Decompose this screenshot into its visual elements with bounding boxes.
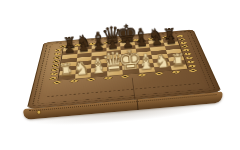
piece-black-pawn[interactable]: ♟: [78, 40, 90, 53]
board-tilt-wrapper: ♜♞♝♛♚♝♞♜♟♟♟♟♟♟♟♟♟♟♟♟♟♟♟♟♜♞♝♛♚♝♞♜: [29, 0, 213, 150]
piece-black-pawn[interactable]: ♟: [63, 42, 75, 55]
board-3d: ♜♞♝♛♚♝♞♜♟♟♟♟♟♟♟♟♟♟♟♟♟♟♟♟♜♞♝♛♚♝♞♜: [27, 29, 222, 109]
scene: ♜♞♝♛♚♝♞♜♟♟♟♟♟♟♟♟♟♟♟♟♟♟♟♟♜♞♝♛♚♝♞♜: [0, 0, 240, 150]
piece-black-pawn[interactable]: ♟: [151, 34, 163, 47]
piece-white-rook[interactable]: ♜: [170, 52, 186, 70]
piece-white-rook[interactable]: ♜: [58, 62, 74, 80]
board: ♜♞♝♛♚♝♞♜♟♟♟♟♟♟♟♟♟♟♟♟♟♟♟♟♜♞♝♛♚♝♞♜: [27, 29, 222, 109]
piece-black-pawn[interactable]: ♟: [165, 33, 177, 46]
piece-white-knight[interactable]: ♞: [153, 51, 171, 71]
